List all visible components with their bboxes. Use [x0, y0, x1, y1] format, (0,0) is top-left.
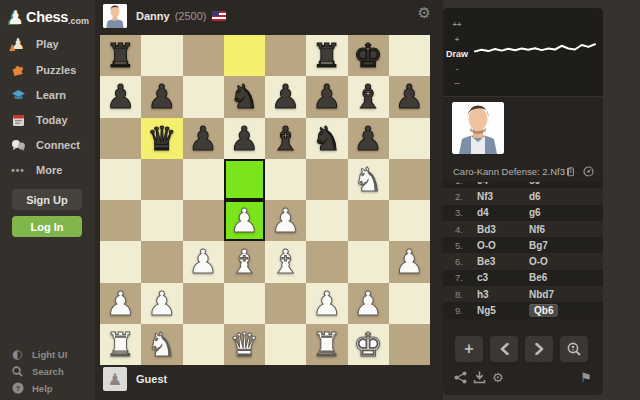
- sidebar-item-label: Learn: [36, 89, 66, 101]
- sidebar-item-label: Today: [36, 114, 68, 126]
- piece-wb-d3[interactable]: ♝: [230, 241, 260, 282]
- panel-footer: ⚙ ⚑: [454, 367, 592, 387]
- top-player-rating: (2500): [175, 10, 207, 22]
- piece-bn-f6[interactable]: ♞: [312, 118, 342, 159]
- opening-row: Caro-Kann Defense: 2.Nf3: [443, 160, 603, 182]
- commentator-photo: [452, 102, 504, 154]
- square-f3[interactable]: [306, 241, 347, 282]
- piece-bk-g8[interactable]: ♚: [353, 35, 383, 76]
- square-g8[interactable]: ♚: [348, 35, 389, 76]
- move-black[interactable]: Bg7: [529, 240, 548, 251]
- move-row-7: 7.c3Be6: [443, 270, 603, 286]
- move-number: 6.: [455, 256, 477, 267]
- top-player-name[interactable]: Danny: [136, 10, 170, 22]
- piece-bp-h7[interactable]: ♟: [395, 76, 425, 117]
- piece-wr-a1[interactable]: ♜: [106, 324, 136, 365]
- square-f2[interactable]: ♟: [306, 283, 347, 324]
- piece-bn-d7[interactable]: ♞: [230, 76, 260, 117]
- sidebar-item-more[interactable]: ••• More: [0, 159, 95, 181]
- square-e3[interactable]: ♝: [265, 241, 306, 282]
- move-white[interactable]: h3: [477, 289, 529, 300]
- search-button[interactable]: Search: [0, 363, 95, 379]
- square-b2[interactable]: ♟: [141, 283, 182, 324]
- piece-br-a8[interactable]: ♜: [106, 35, 136, 76]
- sidebar-item-label: Play: [36, 38, 59, 50]
- opening-name[interactable]: Caro-Kann Defense: 2.Nf3: [453, 166, 565, 177]
- move-black[interactable]: d6: [529, 191, 541, 202]
- move-row-6: 6.Be3O-O: [443, 253, 603, 269]
- graduation-cap-icon: [10, 87, 26, 103]
- move-row-8: 8.h3Nbd7: [443, 286, 603, 302]
- square-f8[interactable]: ♜: [306, 35, 347, 76]
- square-e5[interactable]: [265, 159, 306, 200]
- move-number: 3.: [455, 207, 477, 218]
- us-flag-icon: [212, 11, 226, 21]
- logo-text: Chess: [26, 9, 68, 25]
- sidebar: ♟ Chess .com ♟♟ Play Puzzles Learn: [0, 0, 95, 400]
- square-g3[interactable]: [348, 241, 389, 282]
- square-a6[interactable]: [100, 118, 141, 159]
- move-row-5: 5.O-OBg7: [443, 237, 603, 253]
- move-number: 8.: [455, 289, 477, 300]
- square-g5[interactable]: ♞: [348, 159, 389, 200]
- square-d1[interactable]: ♛: [224, 324, 265, 365]
- square-e1[interactable]: [265, 324, 306, 365]
- square-h1[interactable]: [389, 324, 430, 365]
- chevron-right-icon: [535, 343, 544, 355]
- calendar-icon: [10, 112, 26, 128]
- footer-item-label: Light UI: [32, 349, 67, 360]
- piece-wp-e4[interactable]: ♟: [271, 200, 301, 241]
- square-b8[interactable]: [141, 35, 182, 76]
- top-player-bar: Danny (2500): [103, 4, 226, 28]
- piece-bp-g6[interactable]: ♟: [353, 118, 383, 159]
- square-f5[interactable]: [306, 159, 347, 200]
- bottom-player-avatar[interactable]: ♟: [103, 367, 127, 391]
- square-c5[interactable]: [183, 159, 224, 200]
- piece-bp-f7[interactable]: ♟: [312, 76, 342, 117]
- piece-wp-d4[interactable]: ♟: [230, 200, 260, 241]
- move-row-4: 4.Bd3Nf6: [443, 221, 603, 237]
- analysis-button[interactable]: [560, 336, 588, 362]
- eval-label-plusplus: ++: [443, 20, 471, 29]
- move-list-scroll[interactable]: 1.e4c62.Nf3d63.d4g64.Bd3Nf65.O-OBg76.Be3…: [443, 182, 603, 324]
- board-area: Danny (2500) ⚙ ♜♜♚♟♟♞♟♟♝♟♛♟♟♝♞♟♞♟♟♟♝♝♟♟♟…: [95, 0, 443, 400]
- square-g2[interactable]: ♟: [348, 283, 389, 324]
- square-c8[interactable]: [183, 35, 224, 76]
- panel-settings-gear-icon[interactable]: ⚙: [492, 370, 504, 385]
- move-white[interactable]: d4: [477, 207, 529, 218]
- square-a5[interactable]: [100, 159, 141, 200]
- square-d2[interactable]: [224, 283, 265, 324]
- footer-item-label: Search: [32, 366, 64, 377]
- sidebar-item-play[interactable]: ♟♟ Play: [0, 33, 95, 55]
- move-nav-controls: +: [455, 336, 588, 362]
- piece-wk-g1[interactable]: ♚: [353, 324, 383, 365]
- piece-wn-g5[interactable]: ♞: [353, 159, 383, 200]
- sidebar-item-learn[interactable]: Learn: [0, 84, 95, 106]
- square-d7[interactable]: ♞: [224, 76, 265, 117]
- square-a8[interactable]: ♜: [100, 35, 141, 76]
- square-h8[interactable]: [389, 35, 430, 76]
- square-b1[interactable]: ♞: [141, 324, 182, 365]
- move-number: 1.: [455, 182, 477, 186]
- share-icon[interactable]: [454, 371, 467, 384]
- move-number: 2.: [455, 191, 477, 202]
- square-b6[interactable]: ♛: [141, 118, 182, 159]
- piece-wp-h3[interactable]: ♟: [395, 241, 425, 282]
- square-f4[interactable]: [306, 200, 347, 241]
- move-white[interactable]: Be3: [477, 256, 529, 267]
- square-h5[interactable]: [389, 159, 430, 200]
- move-number: 9.: [455, 305, 477, 316]
- logo-pawn-icon: ♟: [7, 7, 24, 27]
- piece-wn-b1[interactable]: ♞: [147, 324, 177, 365]
- footer-item-label: Help: [32, 383, 53, 394]
- move-black[interactable]: O-O: [529, 256, 548, 267]
- chesscom-app: ♟ Chess .com ♟♟ Play Puzzles Learn: [0, 0, 640, 400]
- square-g4[interactable]: [348, 200, 389, 241]
- move-white[interactable]: Ng5: [477, 305, 529, 316]
- square-f6[interactable]: ♞: [306, 118, 347, 159]
- sidebar-item-connect[interactable]: Connect: [0, 134, 95, 156]
- square-d3[interactable]: ♝: [224, 241, 265, 282]
- top-player-avatar[interactable]: [103, 4, 127, 28]
- square-g1[interactable]: ♚: [348, 324, 389, 365]
- move-black[interactable]: Be6: [529, 272, 547, 283]
- download-icon[interactable]: [473, 371, 486, 384]
- square-h2[interactable]: [389, 283, 430, 324]
- sidebar-item-label: Puzzles: [36, 64, 76, 76]
- piece-bp-a7[interactable]: ♟: [106, 76, 136, 117]
- piece-bp-c6[interactable]: ♟: [188, 118, 218, 159]
- play-chess-piece-icon: ♟♟: [10, 36, 26, 52]
- svg-text:?: ?: [15, 384, 20, 393]
- square-e7[interactable]: ♟: [265, 76, 306, 117]
- piece-wr-f1[interactable]: ♜: [312, 324, 342, 365]
- move-number: 4.: [455, 224, 477, 235]
- square-c6[interactable]: ♟: [183, 118, 224, 159]
- piece-bp-d6[interactable]: ♟: [230, 118, 260, 159]
- move-black[interactable]: c6: [529, 182, 540, 186]
- square-a1[interactable]: ♜: [100, 324, 141, 365]
- move-row-2: 2.Nf3d6: [443, 188, 603, 204]
- sidebar-item-label: Connect: [36, 139, 80, 151]
- square-f1[interactable]: ♜: [306, 324, 347, 365]
- square-d5[interactable]: [224, 159, 265, 200]
- plus-icon: +: [464, 340, 473, 358]
- move-black[interactable]: Nf6: [529, 224, 545, 235]
- chesscom-logo[interactable]: ♟ Chess .com: [7, 7, 89, 27]
- square-b4[interactable]: [141, 200, 182, 241]
- move-number: 7.: [455, 272, 477, 283]
- piece-wp-b2[interactable]: ♟: [147, 283, 177, 324]
- square-e2[interactable]: [265, 283, 306, 324]
- opening-book-icon[interactable]: [565, 166, 576, 177]
- help-button[interactable]: ? Help: [0, 380, 95, 396]
- piece-wp-g2[interactable]: ♟: [353, 283, 383, 324]
- move-black[interactable]: Qb6: [529, 304, 558, 317]
- move-black[interactable]: g6: [529, 207, 541, 218]
- move-white[interactable]: O-O: [477, 240, 529, 251]
- square-c7[interactable]: [183, 76, 224, 117]
- move-row-9: 9.Ng5Qb6: [443, 302, 603, 318]
- square-e8[interactable]: [265, 35, 306, 76]
- move-number: 5.: [455, 240, 477, 251]
- piece-bb-e6[interactable]: ♝: [271, 118, 301, 159]
- help-icon: ?: [11, 382, 24, 394]
- move-white[interactable]: c3: [477, 272, 529, 283]
- bottom-player-name[interactable]: Guest: [136, 373, 167, 385]
- resign-flag-icon[interactable]: ⚑: [580, 370, 592, 385]
- sidebar-item-puzzles[interactable]: Puzzles: [0, 59, 95, 81]
- move-black[interactable]: Nbd7: [529, 289, 554, 300]
- logo-text-suffix: .com: [68, 16, 89, 26]
- piece-wq-d1[interactable]: ♛: [230, 324, 260, 365]
- eval-label-plus: +: [443, 35, 471, 44]
- chess-board: ♜♜♚♟♟♞♟♟♝♟♛♟♟♝♞♟♞♟♟♟♝♝♟♟♟♟♟♜♞♛♜♚: [100, 35, 430, 365]
- square-c3[interactable]: ♟: [183, 241, 224, 282]
- square-d4[interactable]: ♟: [224, 200, 265, 241]
- search-icon: [11, 366, 24, 377]
- more-dots-icon: •••: [10, 162, 26, 178]
- square-h4[interactable]: [389, 200, 430, 241]
- square-c2[interactable]: [183, 283, 224, 324]
- square-a3[interactable]: [100, 241, 141, 282]
- eval-label-minusminus: --: [443, 78, 471, 87]
- light-ui-icon: ◐: [11, 347, 24, 361]
- explorer-dial-icon[interactable]: [583, 166, 594, 177]
- chat-bubbles-icon: [10, 137, 26, 153]
- square-a2[interactable]: ♟: [100, 283, 141, 324]
- move-row-3: 3.d4g6: [443, 205, 603, 221]
- square-a4[interactable]: [100, 200, 141, 241]
- piece-wp-c3[interactable]: ♟: [188, 241, 218, 282]
- square-h6[interactable]: [389, 118, 430, 159]
- square-b7[interactable]: ♟: [141, 76, 182, 117]
- square-c1[interactable]: [183, 324, 224, 365]
- square-d6[interactable]: ♟: [224, 118, 265, 159]
- square-b3[interactable]: [141, 241, 182, 282]
- square-g7[interactable]: ♝: [348, 76, 389, 117]
- piece-bq-b6[interactable]: ♛: [147, 118, 177, 159]
- board-settings-gear-icon[interactable]: ⚙: [418, 4, 431, 22]
- piece-wp-f2[interactable]: ♟: [312, 283, 342, 324]
- prev-move-button[interactable]: [490, 336, 518, 362]
- piece-bp-e7[interactable]: ♟: [271, 76, 301, 117]
- piece-bp-b7[interactable]: ♟: [147, 76, 177, 117]
- move-white[interactable]: e4: [477, 182, 529, 186]
- square-c4[interactable]: [183, 200, 224, 241]
- move-white[interactable]: Bd3: [477, 224, 529, 235]
- square-g6[interactable]: ♟: [348, 118, 389, 159]
- magnifier-pawn-icon: [567, 342, 581, 356]
- eval-label-draw: Draw: [443, 49, 471, 59]
- square-f7[interactable]: ♟: [306, 76, 347, 117]
- eval-label-minus: -: [443, 64, 471, 73]
- piece-br-f8[interactable]: ♜: [312, 35, 342, 76]
- square-e6[interactable]: ♝: [265, 118, 306, 159]
- piece-wb-e3[interactable]: ♝: [271, 241, 301, 282]
- game-info-panel: Caro-Kann Defense: 2.Nf3 1.e4c62.Nf3d63.…: [443, 97, 603, 395]
- square-h3[interactable]: ♟: [389, 241, 430, 282]
- square-e4[interactable]: ♟: [265, 200, 306, 241]
- piece-bb-g7[interactable]: ♝: [353, 76, 383, 117]
- sidebar-item-today[interactable]: Today: [0, 109, 95, 131]
- square-d8[interactable]: [224, 35, 265, 76]
- move-list: 1.e4c62.Nf3d63.d4g64.Bd3Nf65.O-OBg76.Be3…: [443, 182, 603, 319]
- square-h7[interactable]: ♟: [389, 76, 430, 117]
- add-move-button[interactable]: +: [455, 336, 483, 362]
- log-in-button[interactable]: Log In: [12, 216, 82, 237]
- puzzle-piece-icon: [10, 62, 26, 78]
- eval-graph[interactable]: [473, 12, 599, 92]
- square-b5[interactable]: [141, 159, 182, 200]
- next-move-button[interactable]: [525, 336, 553, 362]
- chevron-left-icon: [500, 343, 509, 355]
- sign-up-button[interactable]: Sign Up: [12, 189, 82, 210]
- evaluation-graph-card: ++ + Draw - --: [443, 8, 603, 96]
- move-white[interactable]: Nf3: [477, 191, 529, 202]
- square-a7[interactable]: ♟: [100, 76, 141, 117]
- bottom-player-bar: ♟ Guest: [103, 367, 167, 391]
- piece-wp-a2[interactable]: ♟: [106, 283, 136, 324]
- light-ui-toggle[interactable]: ◐ Light UI: [0, 346, 95, 362]
- sidebar-item-label: More: [36, 164, 62, 176]
